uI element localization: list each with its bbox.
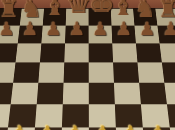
black-pawn-g7[interactable]: ♟	[136, 20, 159, 39]
black-pawn-e7[interactable]: ♟	[89, 20, 112, 39]
white-pawn-c2[interactable]: ♟	[34, 123, 62, 130]
chess-board[interactable]: ♜♞♝♛♚♝♞♜♟♟♟♟♟♟♟♟♟♟♟♟♟♟♟♟♜♞♝♛♚♝♞♜	[0, 8, 175, 130]
square-e6[interactable]	[89, 43, 113, 62]
square-e4[interactable]	[89, 83, 115, 105]
square-d5[interactable]	[64, 62, 89, 82]
black-pawn-b7[interactable]: ♟	[18, 20, 41, 39]
black-pawn-h7[interactable]: ♟	[159, 20, 175, 39]
white-pawn-e2[interactable]: ♟	[89, 123, 117, 130]
white-pawn-b2[interactable]: ♟	[6, 123, 34, 130]
square-c5[interactable]	[38, 62, 64, 82]
square-f4[interactable]	[114, 83, 141, 105]
square-h6[interactable]	[160, 43, 175, 62]
square-g5[interactable]	[137, 62, 164, 82]
square-g6[interactable]	[136, 43, 162, 62]
black-pawn-d7[interactable]: ♟	[65, 20, 88, 39]
square-d4[interactable]	[63, 83, 89, 105]
white-pawn-d2[interactable]: ♟	[61, 123, 89, 130]
square-b6[interactable]	[16, 43, 42, 62]
square-f5[interactable]	[113, 62, 139, 82]
black-pawn-c7[interactable]: ♟	[42, 20, 65, 39]
square-h4[interactable]	[164, 83, 175, 105]
square-b5[interactable]	[13, 62, 40, 82]
chess-app-window: ♜♞♝♛♚♝♞♜♟♟♟♟♟♟♟♟♟♟♟♟♟♟♟♟♜♞♝♛♚♝♞♜	[0, 0, 175, 130]
black-pawn-f7[interactable]: ♟	[112, 20, 135, 39]
board-3d-scene: ♜♞♝♛♚♝♞♜♟♟♟♟♟♟♟♟♟♟♟♟♟♟♟♟♜♞♝♛♚♝♞♜	[0, 0, 175, 130]
white-pawn-h2[interactable]: ♟	[172, 123, 175, 130]
square-h5[interactable]	[162, 62, 175, 82]
black-pawn-a7[interactable]: ♟	[0, 20, 18, 39]
white-pawn-f2[interactable]: ♟	[117, 123, 145, 130]
white-pawn-g2[interactable]: ♟	[144, 123, 172, 130]
square-b4[interactable]	[11, 83, 39, 105]
square-c6[interactable]	[40, 43, 65, 62]
square-c4[interactable]	[37, 83, 64, 105]
square-f6[interactable]	[112, 43, 137, 62]
square-d6[interactable]	[64, 43, 88, 62]
square-e5[interactable]	[89, 62, 114, 82]
square-g4[interactable]	[139, 83, 167, 105]
